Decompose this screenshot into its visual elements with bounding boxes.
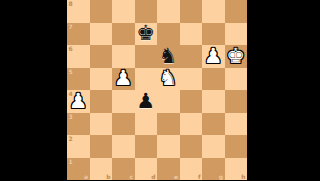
- square-f2[interactable]: [180, 135, 203, 158]
- letterbox-right: [247, 0, 320, 180]
- square-e5[interactable]: ♞: [157, 68, 180, 91]
- rank-label-2: 2: [69, 136, 73, 142]
- square-a2[interactable]: 2: [67, 135, 90, 158]
- square-h8[interactable]: [225, 0, 248, 23]
- square-f4[interactable]: [180, 90, 203, 113]
- square-e1[interactable]: e: [157, 158, 180, 181]
- square-a7[interactable]: 7: [67, 23, 90, 46]
- square-e2[interactable]: [157, 135, 180, 158]
- square-a5[interactable]: 5: [67, 68, 90, 91]
- square-h6[interactable]: ♚: [225, 45, 248, 68]
- square-e4[interactable]: [157, 90, 180, 113]
- file-label-c: c: [129, 174, 133, 180]
- square-c4[interactable]: [112, 90, 135, 113]
- file-label-g: g: [219, 174, 223, 180]
- square-a1[interactable]: 1a: [67, 158, 90, 181]
- white-pawn-c5[interactable]: ♟: [112, 68, 135, 91]
- file-label-b: b: [106, 174, 110, 180]
- square-e7[interactable]: [157, 23, 180, 46]
- square-b7[interactable]: [90, 23, 113, 46]
- square-g7[interactable]: [202, 23, 225, 46]
- square-h5[interactable]: [225, 68, 248, 91]
- square-c7[interactable]: [112, 23, 135, 46]
- square-g3[interactable]: [202, 113, 225, 136]
- square-c8[interactable]: [112, 0, 135, 23]
- rank-label-3: 3: [69, 114, 73, 120]
- square-h2[interactable]: [225, 135, 248, 158]
- square-d5[interactable]: [135, 68, 158, 91]
- black-knight-e6[interactable]: ♞: [157, 45, 180, 68]
- square-g8[interactable]: [202, 0, 225, 23]
- square-f1[interactable]: f: [180, 158, 203, 181]
- square-d7[interactable]: ♚: [135, 23, 158, 46]
- square-c1[interactable]: c: [112, 158, 135, 181]
- video-frame: 87♚6♞♟♚5♟♞4♟♟321abcdefgh: [0, 0, 320, 180]
- square-g4[interactable]: [202, 90, 225, 113]
- square-a8[interactable]: 8: [67, 0, 90, 23]
- file-label-h: h: [241, 174, 245, 180]
- square-e8[interactable]: [157, 0, 180, 23]
- square-a4[interactable]: 4♟: [67, 90, 90, 113]
- chess-board: 87♚6♞♟♚5♟♞4♟♟321abcdefgh: [67, 0, 247, 180]
- file-label-f: f: [198, 174, 201, 180]
- square-d1[interactable]: d: [135, 158, 158, 181]
- white-knight-e5[interactable]: ♞: [157, 68, 180, 91]
- square-e3[interactable]: [157, 113, 180, 136]
- letterbox-left: [0, 0, 67, 180]
- square-d2[interactable]: [135, 135, 158, 158]
- square-f3[interactable]: [180, 113, 203, 136]
- square-h1[interactable]: h: [225, 158, 248, 181]
- square-b5[interactable]: [90, 68, 113, 91]
- square-f5[interactable]: [180, 68, 203, 91]
- square-d8[interactable]: [135, 0, 158, 23]
- white-pawn-g6[interactable]: ♟: [202, 45, 225, 68]
- file-label-e: e: [174, 174, 178, 180]
- square-h7[interactable]: [225, 23, 248, 46]
- square-b4[interactable]: [90, 90, 113, 113]
- square-h4[interactable]: [225, 90, 248, 113]
- square-d6[interactable]: [135, 45, 158, 68]
- square-b8[interactable]: [90, 0, 113, 23]
- square-a6[interactable]: 6: [67, 45, 90, 68]
- rank-label-7: 7: [69, 24, 73, 30]
- square-g6[interactable]: ♟: [202, 45, 225, 68]
- square-b2[interactable]: [90, 135, 113, 158]
- square-g2[interactable]: [202, 135, 225, 158]
- square-d4[interactable]: ♟: [135, 90, 158, 113]
- file-label-d: d: [151, 174, 155, 180]
- square-b3[interactable]: [90, 113, 113, 136]
- black-king-d7[interactable]: ♚: [135, 23, 158, 46]
- rank-label-1: 1: [69, 159, 73, 165]
- square-g1[interactable]: g: [202, 158, 225, 181]
- square-a3[interactable]: 3: [67, 113, 90, 136]
- square-f7[interactable]: [180, 23, 203, 46]
- square-g5[interactable]: [202, 68, 225, 91]
- square-c3[interactable]: [112, 113, 135, 136]
- white-pawn-a4[interactable]: ♟: [67, 90, 90, 113]
- square-c2[interactable]: [112, 135, 135, 158]
- rank-label-6: 6: [69, 46, 73, 52]
- file-label-a: a: [84, 174, 88, 180]
- square-b6[interactable]: [90, 45, 113, 68]
- square-f6[interactable]: [180, 45, 203, 68]
- square-f8[interactable]: [180, 0, 203, 23]
- rank-label-8: 8: [69, 1, 73, 7]
- square-h3[interactable]: [225, 113, 248, 136]
- rank-label-5: 5: [69, 69, 73, 75]
- black-pawn-d4[interactable]: ♟: [135, 90, 158, 113]
- square-d3[interactable]: [135, 113, 158, 136]
- square-b1[interactable]: b: [90, 158, 113, 181]
- square-e6[interactable]: ♞: [157, 45, 180, 68]
- square-c6[interactable]: [112, 45, 135, 68]
- white-king-h6[interactable]: ♚: [225, 45, 248, 68]
- square-c5[interactable]: ♟: [112, 68, 135, 91]
